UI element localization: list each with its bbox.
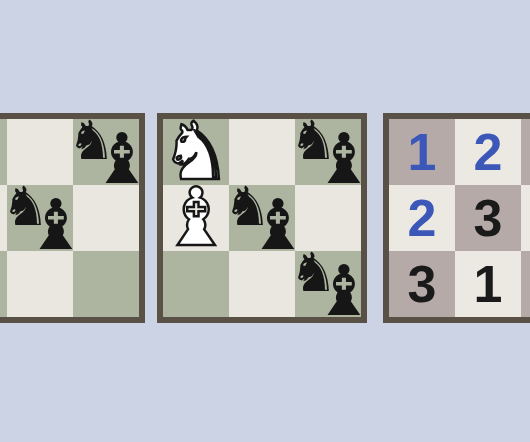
middle-board-square-r1c3: ♞♝ bbox=[295, 119, 361, 185]
black-bishop-icon: ♝ bbox=[327, 261, 361, 321]
left-board-square-r2c2: ♞♝ bbox=[7, 185, 73, 251]
answer-grid-square-r2c2: 3 bbox=[455, 185, 521, 251]
left-board-square-r3c2 bbox=[7, 251, 73, 317]
middle-board-square-r3c1 bbox=[163, 251, 229, 317]
answer-grid-square-r2c1: 2 bbox=[389, 185, 455, 251]
left-board-square-r2c3 bbox=[73, 185, 139, 251]
middle-board-square-r3c3: ♞♝ bbox=[295, 251, 361, 317]
answer-grid-square-r1c2: 2 bbox=[455, 119, 521, 185]
answer-grid-square-r3c1: 3 bbox=[389, 251, 455, 317]
answer-grid-square-r2c3 bbox=[521, 185, 530, 251]
answer-number-grid: 122331 bbox=[383, 113, 530, 323]
answer-grid-square-r1c3 bbox=[521, 119, 530, 185]
middle-chess-board: ♞♞♝♝♞♝♞♝ bbox=[157, 113, 367, 323]
left-chess-board: ♞♝♞♝ bbox=[0, 113, 145, 323]
left-board-square-r1c3: ♞♝ bbox=[73, 119, 139, 185]
answer-number: 3 bbox=[455, 185, 521, 251]
black-bishop-icon: ♝ bbox=[327, 129, 361, 189]
answer-number: 2 bbox=[389, 185, 455, 251]
answer-number: 1 bbox=[455, 251, 521, 317]
black-bishop-icon: ♝ bbox=[105, 129, 139, 189]
left-board-square-r3c3 bbox=[73, 251, 139, 317]
answer-grid-square-r3c2: 1 bbox=[455, 251, 521, 317]
answer-number: 2 bbox=[455, 119, 521, 185]
black-bishop-icon: ♝ bbox=[39, 195, 73, 255]
answer-grid-square-r3c3 bbox=[521, 251, 530, 317]
middle-board-square-r3c2 bbox=[229, 251, 295, 317]
white-bishop-icon: ♝ bbox=[163, 185, 229, 251]
answer-number: 3 bbox=[389, 251, 455, 317]
answer-grid-square-r1c1: 1 bbox=[389, 119, 455, 185]
puzzle-canvas: ♞♝♞♝ ♞♞♝♝♞♝♞♝ 122331 bbox=[0, 0, 530, 442]
left-board-square-r3c1 bbox=[0, 251, 7, 317]
middle-board-square-r2c2: ♞♝ bbox=[229, 185, 295, 251]
answer-number: 1 bbox=[389, 119, 455, 185]
middle-board-square-r2c1: ♝ bbox=[163, 185, 229, 251]
